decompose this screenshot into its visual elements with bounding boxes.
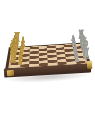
white-knight: ♞ [12, 33, 20, 47]
black-pawn: ♟ [71, 33, 76, 42]
black-rook: ♜ [77, 28, 84, 41]
brass-latch-icon [86, 61, 91, 69]
chess-set-photo: ♜♟♞♜♟♟♝♞♟♟♛♝♟♟♚♛♟♟♝♚♟♟♞♝♟♟♜♞♟♟♜♟ [0, 0, 95, 126]
white-pawn: ♟ [20, 36, 25, 45]
white-rook: ♜ [13, 31, 21, 45]
brass-emblem [7, 70, 14, 76]
black-knight: ♞ [78, 30, 86, 44]
